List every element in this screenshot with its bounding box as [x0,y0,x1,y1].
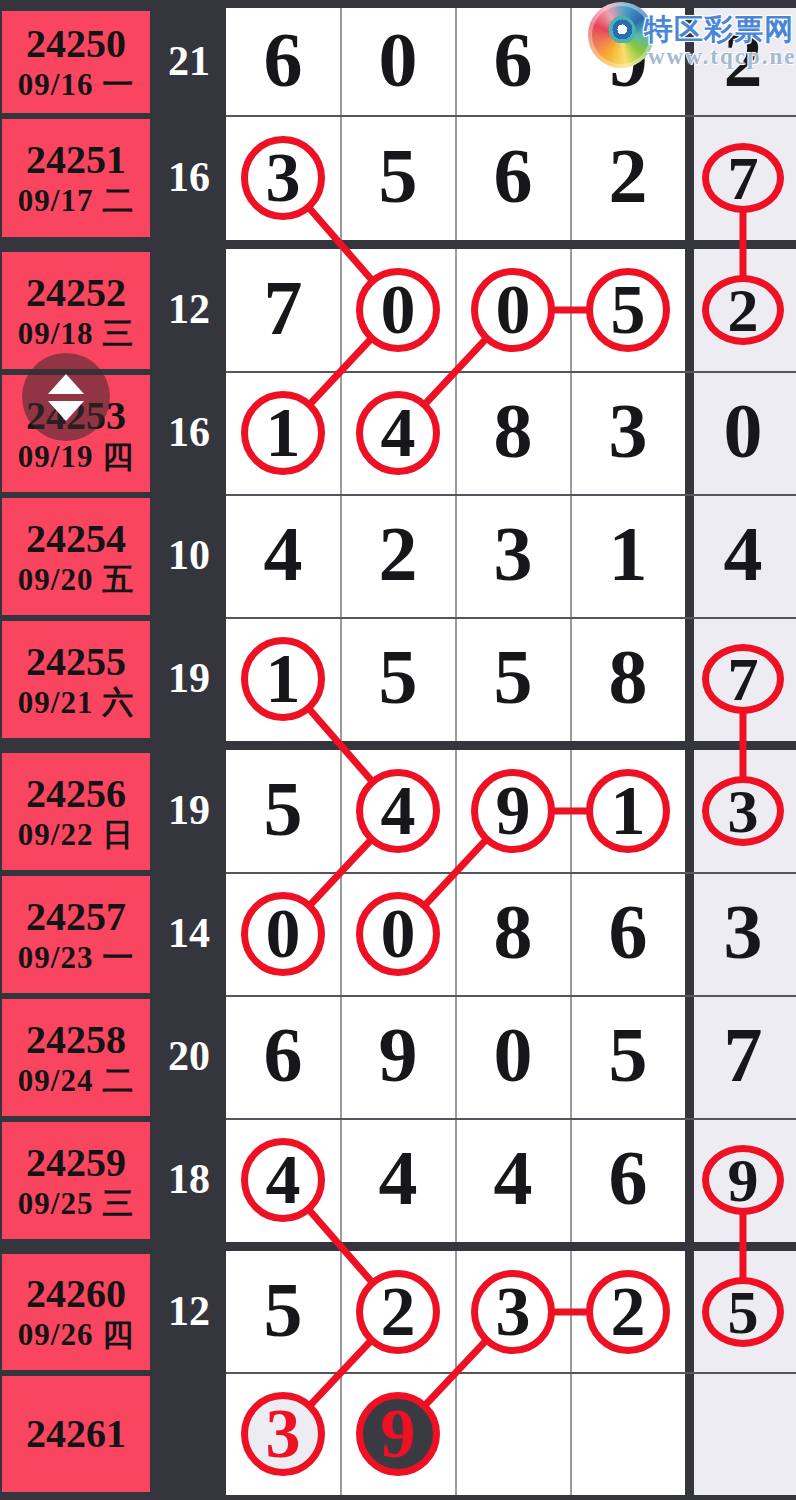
draw-date: 09/25 三 [18,1186,134,1222]
draw-issue: 24259 [26,1140,126,1186]
digit-cell: 7 [264,269,303,347]
group-separator [0,240,796,249]
tail-digit: 4 [724,515,763,593]
digit-cell: 5 [264,1271,303,1349]
tail-digit: 7 [724,1016,763,1094]
draw-date: 09/19 四 [18,439,134,475]
digit-cell: 6 [264,21,303,99]
grid-line-horizontal [226,371,796,373]
digit-cell: 4 [379,1139,418,1217]
sum-value: 19 [168,789,210,831]
site-logo-watermark: 特区彩票网 www.tqcp.net [580,0,796,82]
row-label: 24261 [2,1376,150,1492]
sum-value: 16 [168,156,210,198]
tail-digit: 3 [724,893,763,971]
circled-digit: 3 [241,136,325,220]
sum-value: 14 [168,912,210,954]
digit-cell: 6 [494,21,533,99]
lottery-trend-chart: 特区彩票网 www.tqcp.net 2425009/16 一216069224… [0,0,796,1500]
circled-digit: 5 [586,268,670,352]
draw-issue: 24252 [26,270,126,316]
draw-date: 09/21 六 [18,685,134,721]
tail-column-background [694,8,796,1495]
digit-cell: 5 [379,137,418,215]
grid-line-horizontal [226,115,796,117]
circled-digit: 1 [586,769,670,853]
scroll-down-icon[interactable] [48,401,84,421]
circled-digit: 9 [356,1392,440,1476]
digit-cell: 2 [379,515,418,593]
grid-line-horizontal [226,872,796,874]
sum-value: 19 [168,657,210,699]
digit-cell: 8 [609,638,648,716]
row-label: 2425509/21 六 [2,621,150,738]
draw-date: 09/26 四 [18,1317,134,1353]
scroll-indicator[interactable] [22,353,110,441]
draw-date: 09/18 三 [18,316,134,352]
group-separator [0,741,796,750]
grid-line-vertical [455,8,457,1495]
digit-cell: 3 [494,515,533,593]
circled-digit: 9 [471,769,555,853]
sum-value: 12 [168,1290,210,1332]
draw-date: 09/16 一 [18,67,134,103]
circled-tail-digit: 9 [702,1145,784,1215]
draw-date: 09/22 日 [18,817,134,853]
grid-line-horizontal [226,617,796,619]
digit-cell: 5 [379,638,418,716]
draw-issue: 24256 [26,771,126,817]
row-label: 2425909/25 三 [2,1122,150,1239]
grid-line-horizontal [226,494,796,496]
group-separator [0,1242,796,1251]
digit-cell: 4 [494,1139,533,1217]
circled-tail-digit: 3 [702,776,784,846]
row-label: 2425609/22 日 [2,753,150,870]
circled-tail-digit: 7 [702,644,784,714]
sum-value: 21 [168,40,210,82]
digit-cell: 4 [264,515,303,593]
draw-date: 09/24 二 [18,1063,134,1099]
digit-cell: 6 [494,137,533,215]
digit-cell: 6 [609,893,648,971]
row-label: 2425409/20 五 [2,498,150,615]
row-label: 2425109/17 二 [2,119,150,237]
draw-issue: 24257 [26,894,126,940]
digit-cell: 5 [494,638,533,716]
digit-cell: 6 [609,1139,648,1217]
sum-value: 20 [168,1035,210,1077]
circled-digit: 1 [241,391,325,475]
digit-cell: 8 [494,392,533,470]
digit-cell: 2 [609,137,648,215]
circled-digit: 1 [241,637,325,721]
row-label: 2426009/26 四 [2,1254,150,1370]
digit-cell: 3 [609,392,648,470]
digit-cell: 0 [494,1016,533,1094]
digit-cell: 5 [609,1016,648,1094]
circled-tail-digit: 5 [702,1277,784,1347]
draw-issue: 24255 [26,639,126,685]
row-label: 2425209/18 三 [2,252,150,369]
draw-issue: 24261 [26,1411,126,1457]
row-label: 2425809/24 二 [2,999,150,1116]
digit-cell: 9 [379,1016,418,1094]
draw-issue: 24260 [26,1271,126,1317]
circled-digit: 3 [241,1392,325,1476]
sum-value: 10 [168,534,210,576]
circled-tail-digit: 2 [702,275,784,345]
grid-line-horizontal [226,995,796,997]
row-label: 2425709/23 一 [2,876,150,993]
circled-digit: 0 [471,268,555,352]
circled-digit: 4 [241,1138,325,1222]
circled-digit: 0 [356,268,440,352]
draw-issue: 24251 [26,137,126,183]
circled-digit: 0 [356,892,440,976]
digit-cell: 6 [264,1016,303,1094]
grid-line-vertical [340,8,342,1495]
digit-cell: 8 [494,893,533,971]
grid-line-horizontal [226,1372,796,1374]
digit-cell: 5 [264,770,303,848]
row-label: 2425009/16 一 [2,11,150,113]
digit-cell: 1 [609,515,648,593]
circled-tail-digit: 7 [702,143,784,213]
grid-line-vertical [570,8,572,1495]
circled-digit: 4 [356,769,440,853]
draw-date: 09/17 二 [18,183,134,219]
tail-digit: 0 [724,392,763,470]
sum-value: 12 [168,288,210,330]
grid-line-horizontal [226,1118,796,1120]
circled-digit: 0 [241,892,325,976]
circled-digit: 3 [471,1270,555,1354]
draw-issue: 24254 [26,516,126,562]
circled-digit: 4 [356,391,440,475]
sum-value: 16 [168,411,210,453]
site-logo-url: www.tqcp.net [648,44,796,70]
digit-cell: 0 [379,21,418,99]
sum-value: 18 [168,1158,210,1200]
draw-issue: 24258 [26,1017,126,1063]
draw-date: 09/23 一 [18,940,134,976]
draw-issue: 24250 [26,21,126,67]
circled-digit: 2 [356,1270,440,1354]
draw-date: 09/20 五 [18,562,134,598]
circled-digit: 2 [586,1270,670,1354]
scroll-up-icon[interactable] [48,374,84,394]
